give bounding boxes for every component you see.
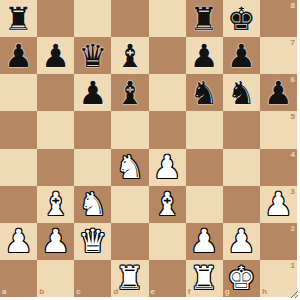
square-f4[interactable] [186, 149, 223, 186]
square-g8[interactable]: ♚ [223, 0, 260, 37]
square-e7[interactable] [149, 37, 186, 74]
square-a8[interactable]: ♜ [0, 0, 37, 37]
square-h6[interactable]: 6♟ [260, 74, 297, 111]
piece-black-knight-f6[interactable]: ♞ [186, 74, 223, 111]
square-d6[interactable]: ♝ [111, 74, 148, 111]
square-c3[interactable]: ♞ [74, 186, 111, 223]
coord-rank-label-1: 1 [291, 262, 295, 270]
piece-white-pawn-b2[interactable]: ♟ [37, 223, 74, 260]
square-g7[interactable]: ♟ [223, 37, 260, 74]
square-e1[interactable]: e [149, 260, 186, 297]
square-h5[interactable]: 5 [260, 111, 297, 148]
piece-white-pawn-e4[interactable]: ♟ [149, 149, 186, 186]
square-a6[interactable] [0, 74, 37, 111]
square-d1[interactable]: d♜ [111, 260, 148, 297]
coord-file-label-h: h [262, 288, 267, 296]
piece-black-pawn-a7[interactable]: ♟ [0, 37, 37, 74]
square-f8[interactable]: ♜ [186, 0, 223, 37]
square-h4[interactable]: 4 [260, 149, 297, 186]
resize-handle-icon[interactable] [289, 289, 299, 299]
square-d2[interactable] [111, 223, 148, 260]
square-b6[interactable] [37, 74, 74, 111]
square-a3[interactable] [0, 186, 37, 223]
coord-rank-label-5: 5 [291, 113, 295, 121]
square-c8[interactable] [74, 0, 111, 37]
piece-black-pawn-f7[interactable]: ♟ [186, 37, 223, 74]
piece-black-rook-a8[interactable]: ♜ [0, 0, 37, 37]
square-e6[interactable] [149, 74, 186, 111]
piece-black-queen-c7[interactable]: ♛ [74, 37, 111, 74]
coord-file-label-c: c [76, 288, 80, 296]
square-b8[interactable] [37, 0, 74, 37]
square-c2[interactable]: ♛ [74, 223, 111, 260]
square-e5[interactable] [149, 111, 186, 148]
square-d4[interactable]: ♞ [111, 149, 148, 186]
piece-white-rook-f1[interactable]: ♜ [186, 260, 223, 297]
square-b3[interactable]: ♝ [37, 186, 74, 223]
square-a5[interactable] [0, 111, 37, 148]
square-e8[interactable] [149, 0, 186, 37]
piece-black-knight-g6[interactable]: ♞ [223, 74, 260, 111]
piece-black-bishop-d6[interactable]: ♝ [111, 74, 148, 111]
piece-white-knight-c3[interactable]: ♞ [74, 186, 111, 223]
coord-rank-label-8: 8 [291, 2, 295, 10]
square-b2[interactable]: ♟ [37, 223, 74, 260]
square-f1[interactable]: f♜ [186, 260, 223, 297]
piece-black-pawn-h6[interactable]: ♟ [260, 74, 297, 111]
chess-board-container: ♜♜♚8♟♟♛♝♟♟7♟♝♞♞6♟5♞♟4♝♞♝3♟♟♟♛♟♟2abcd♜ef♜… [0, 0, 300, 300]
square-c5[interactable] [74, 111, 111, 148]
piece-white-pawn-h3[interactable]: ♟ [260, 186, 297, 223]
piece-white-king-g1[interactable]: ♚ [223, 260, 260, 297]
piece-black-bishop-d7[interactable]: ♝ [111, 37, 148, 74]
square-g2[interactable]: ♟ [223, 223, 260, 260]
square-f5[interactable] [186, 111, 223, 148]
piece-white-knight-d4[interactable]: ♞ [111, 149, 148, 186]
piece-black-pawn-g7[interactable]: ♟ [223, 37, 260, 74]
square-e2[interactable] [149, 223, 186, 260]
piece-white-pawn-a2[interactable]: ♟ [0, 223, 37, 260]
square-b4[interactable] [37, 149, 74, 186]
coord-file-label-a: a [2, 288, 6, 296]
square-e4[interactable]: ♟ [149, 149, 186, 186]
coord-file-label-e: e [151, 288, 155, 296]
piece-white-bishop-e3[interactable]: ♝ [149, 186, 186, 223]
square-a7[interactable]: ♟ [0, 37, 37, 74]
square-h8[interactable]: 8 [260, 0, 297, 37]
square-h3[interactable]: 3♟ [260, 186, 297, 223]
square-g6[interactable]: ♞ [223, 74, 260, 111]
piece-white-queen-c2[interactable]: ♛ [74, 223, 111, 260]
chess-board: ♜♜♚8♟♟♛♝♟♟7♟♝♞♞6♟5♞♟4♝♞♝3♟♟♟♛♟♟2abcd♜ef♜… [0, 0, 297, 297]
square-g1[interactable]: g♚ [223, 260, 260, 297]
piece-black-king-g8[interactable]: ♚ [223, 0, 260, 37]
square-a1[interactable]: a [0, 260, 37, 297]
square-b7[interactable]: ♟ [37, 37, 74, 74]
square-b5[interactable] [37, 111, 74, 148]
coord-rank-label-4: 4 [291, 151, 295, 159]
square-f2[interactable]: ♟ [186, 223, 223, 260]
square-c1[interactable]: c [74, 260, 111, 297]
square-f6[interactable]: ♞ [186, 74, 223, 111]
square-f7[interactable]: ♟ [186, 37, 223, 74]
piece-black-pawn-b7[interactable]: ♟ [37, 37, 74, 74]
coord-rank-label-2: 2 [291, 225, 295, 233]
square-f3[interactable] [186, 186, 223, 223]
square-d8[interactable] [111, 0, 148, 37]
square-e3[interactable]: ♝ [149, 186, 186, 223]
square-c4[interactable] [74, 149, 111, 186]
square-a2[interactable]: ♟ [0, 223, 37, 260]
square-d5[interactable] [111, 111, 148, 148]
piece-white-rook-d1[interactable]: ♜ [111, 260, 148, 297]
coord-file-label-b: b [39, 288, 44, 296]
square-b1[interactable]: b [37, 260, 74, 297]
square-d3[interactable] [111, 186, 148, 223]
piece-black-pawn-c6[interactable]: ♟ [74, 74, 111, 111]
piece-white-pawn-g2[interactable]: ♟ [223, 223, 260, 260]
coord-rank-label-7: 7 [291, 39, 295, 47]
square-c6[interactable]: ♟ [74, 74, 111, 111]
square-a4[interactable] [0, 149, 37, 186]
square-c7[interactable]: ♛ [74, 37, 111, 74]
square-g4[interactable] [223, 149, 260, 186]
square-g3[interactable] [223, 186, 260, 223]
piece-white-bishop-b3[interactable]: ♝ [37, 186, 74, 223]
square-d7[interactable]: ♝ [111, 37, 148, 74]
piece-black-rook-f8[interactable]: ♜ [186, 0, 223, 37]
square-h7[interactable]: 7 [260, 37, 297, 74]
square-g5[interactable] [223, 111, 260, 148]
piece-white-pawn-f2[interactable]: ♟ [186, 223, 223, 260]
square-h2[interactable]: 2 [260, 223, 297, 260]
